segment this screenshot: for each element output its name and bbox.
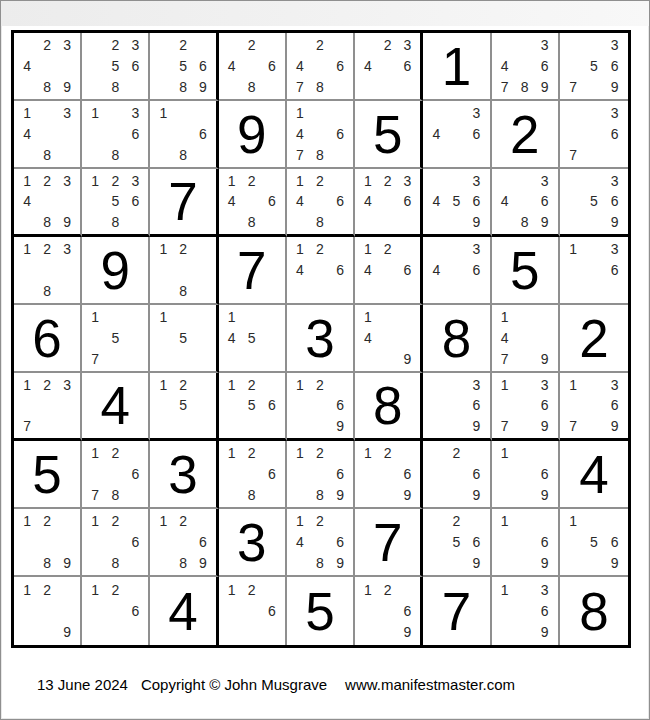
pencil-mark-empty (37, 395, 57, 415)
cell-r6c8[interactable]: 13679 (492, 373, 560, 441)
pencil-mark-digit: 7 (563, 416, 584, 436)
cell-r2c3[interactable]: 168 (150, 101, 218, 169)
pencil-mark-empty (426, 416, 446, 436)
pencil-mark-empty (153, 348, 173, 369)
cell-r6c3[interactable]: 125 (150, 373, 218, 441)
pencil-mark-empty (125, 328, 145, 349)
pencil-mark-empty (358, 76, 378, 97)
pencil-mark-empty (262, 348, 282, 369)
cell-r7c5[interactable]: 12689 (287, 441, 355, 509)
pencil-mark-empty (584, 375, 605, 395)
pencil-mark-empty (515, 56, 535, 77)
pencil-mark-empty (85, 328, 105, 349)
pencil-mark-empty (426, 144, 446, 165)
pencil-mark-digit: 1 (563, 239, 584, 260)
pencil-mark-empty (358, 484, 378, 505)
pencil-mark-digit: 4 (290, 124, 310, 145)
pencil-mark-empty (17, 260, 37, 281)
pencil-mark-empty (310, 124, 330, 145)
cell-r7c7[interactable]: 269 (423, 441, 491, 509)
cell-r7c9[interactable]: 4 (560, 441, 628, 509)
pencil-mark-digit: 3 (57, 103, 77, 124)
pencil-mark-digit: 2 (446, 443, 466, 464)
pencil-mark-empty (466, 280, 486, 301)
pencil-mark-digit: 4 (290, 191, 310, 211)
pencil-mark-empty (563, 552, 584, 573)
pencil-mark-digit: 1 (17, 103, 37, 124)
pencil-mark-digit: 4 (358, 260, 378, 281)
cell-r6c9[interactable]: 13679 (560, 373, 628, 441)
cell-r1c9[interactable]: 35679 (560, 33, 628, 101)
footer-url[interactable]: www.manifestmaster.com (345, 676, 515, 693)
cell-r7c8[interactable]: 169 (492, 441, 560, 509)
pencil-marks: 128 (153, 239, 212, 301)
cell-r6c6[interactable]: 8 (355, 373, 423, 441)
pencil-mark-empty (584, 103, 605, 124)
pencil-mark-empty (563, 124, 584, 145)
cell-r9c4[interactable]: 126 (219, 577, 287, 645)
cell-r3c8[interactable]: 34689 (492, 169, 560, 237)
pencil-mark-digit: 9 (330, 416, 350, 436)
pencil-mark-empty (378, 191, 398, 211)
pencil-mark-digit: 6 (262, 464, 282, 485)
pencil-mark-digit: 6 (535, 600, 555, 621)
pencil-mark-digit: 5 (584, 532, 605, 553)
cell-r6c2[interactable]: 4 (82, 373, 150, 441)
cell-r6c1[interactable]: 1237 (14, 373, 82, 441)
cell-r7c3[interactable]: 3 (150, 441, 218, 509)
pencil-mark-empty (446, 484, 466, 505)
pencil-marks: 123568 (85, 171, 145, 232)
pencil-mark-empty (37, 124, 57, 145)
given-digit: 7 (150, 169, 215, 234)
pencil-mark-empty (57, 280, 77, 301)
pencil-mark-digit: 5 (446, 532, 466, 553)
pencil-mark-digit: 4 (222, 191, 242, 211)
pencil-marks: 149 (358, 307, 417, 369)
pencil-mark-empty (290, 395, 310, 415)
pencil-mark-digit: 2 (378, 443, 398, 464)
pencil-mark-empty (310, 395, 330, 415)
pencil-marks: 3569 (563, 171, 625, 232)
cell-r9c7[interactable]: 7 (423, 577, 491, 645)
cell-r3c7[interactable]: 34569 (423, 169, 491, 237)
cell-r8c9[interactable]: 1569 (560, 509, 628, 577)
pencil-mark-digit: 8 (173, 144, 193, 165)
pencil-marks: 346 (426, 239, 486, 301)
pencil-mark-empty (262, 76, 282, 97)
pencil-mark-empty (242, 307, 262, 328)
pencil-mark-empty (330, 280, 350, 301)
cell-r5c2[interactable]: 157 (82, 305, 150, 373)
pencil-marks: 1368 (85, 103, 145, 165)
pencil-mark-empty (446, 124, 466, 145)
pencil-mark-digit: 9 (535, 212, 555, 232)
cell-r2c4[interactable]: 9 (219, 101, 287, 169)
pencil-mark-empty (125, 348, 145, 369)
cell-r9c8[interactable]: 1369 (492, 577, 560, 645)
pencil-mark-empty (330, 35, 350, 56)
pencil-marks: 169 (495, 443, 555, 505)
pencil-mark-empty (222, 35, 242, 56)
cell-r3c6[interactable]: 12346 (355, 169, 423, 237)
pencil-mark-empty (378, 348, 398, 369)
pencil-mark-digit: 7 (495, 348, 515, 369)
pencil-mark-empty (262, 484, 282, 505)
cell-r5c6[interactable]: 149 (355, 305, 423, 373)
pencil-mark-empty (153, 56, 173, 77)
pencil-mark-empty (310, 532, 330, 553)
cell-r6c5[interactable]: 1269 (287, 373, 355, 441)
pencil-mark-digit: 3 (604, 239, 625, 260)
pencil-mark-digit: 3 (604, 35, 625, 56)
pencil-mark-digit: 6 (125, 600, 145, 621)
cell-r4c8[interactable]: 5 (492, 237, 560, 305)
cell-r2c5[interactable]: 14678 (287, 101, 355, 169)
pencil-mark-digit: 9 (535, 348, 555, 369)
cell-r8c2[interactable]: 1268 (82, 509, 150, 577)
pencil-mark-empty (426, 212, 446, 232)
pencil-mark-empty (310, 56, 330, 77)
cell-r5c8[interactable]: 1479 (492, 305, 560, 373)
pencil-marks: 1569 (563, 511, 625, 573)
pencil-mark-empty (358, 35, 378, 56)
pencil-mark-empty (310, 464, 330, 485)
pencil-mark-digit: 1 (85, 103, 105, 124)
cell-r1c8[interactable]: 346789 (492, 33, 560, 101)
pencil-mark-digit: 5 (584, 191, 605, 211)
cell-r1c1[interactable]: 23489 (14, 33, 82, 101)
given-digit: 9 (82, 237, 148, 303)
pencil-mark-empty (17, 532, 37, 553)
pencil-mark-empty (584, 552, 605, 573)
cell-r2c9[interactable]: 367 (560, 101, 628, 169)
pencil-mark-digit: 7 (495, 76, 515, 97)
pencil-marks: 1269 (358, 579, 417, 643)
pencil-marks: 123489 (17, 171, 77, 232)
pencil-mark-digit: 4 (290, 532, 310, 553)
pencil-mark-empty (358, 600, 378, 621)
sudoku-board: 2348923568256892468246782346134678935679… (11, 30, 631, 648)
pencil-mark-digit: 7 (85, 484, 105, 505)
pencil-mark-digit: 5 (173, 328, 193, 349)
pencil-mark-digit: 2 (310, 171, 330, 191)
pencil-mark-digit: 1 (495, 307, 515, 328)
pencil-marks: 1269 (290, 375, 350, 436)
pencil-mark-empty (290, 464, 310, 485)
pencil-mark-empty (37, 191, 57, 211)
pencil-mark-digit: 3 (604, 171, 625, 191)
pencil-mark-empty (466, 443, 486, 464)
pencil-marks: 126 (85, 579, 145, 643)
pencil-mark-empty (125, 144, 145, 165)
pencil-mark-empty (173, 103, 193, 124)
pencil-mark-digit: 9 (330, 552, 350, 573)
pencil-mark-empty (193, 395, 213, 415)
pencil-mark-digit: 8 (105, 212, 125, 232)
cell-r9c6[interactable]: 1269 (355, 577, 423, 645)
pencil-mark-empty (85, 124, 105, 145)
pencil-mark-digit: 5 (173, 56, 193, 77)
pencil-mark-empty (515, 532, 535, 553)
pencil-mark-empty (378, 484, 398, 505)
pencil-mark-digit: 6 (125, 124, 145, 145)
pencil-marks: 369 (426, 375, 486, 436)
pencil-mark-empty (193, 328, 213, 349)
cell-r1c7[interactable]: 1 (423, 33, 491, 101)
pencil-mark-empty (310, 260, 330, 281)
pencil-mark-digit: 2 (37, 579, 57, 600)
pencil-mark-empty (358, 348, 378, 369)
pencil-mark-empty (330, 443, 350, 464)
pencil-mark-empty (193, 260, 213, 281)
pencil-mark-empty (604, 511, 625, 532)
pencil-marks: 23489 (17, 35, 77, 97)
cell-r2c2[interactable]: 1368 (82, 101, 150, 169)
cell-r9c3[interactable]: 4 (150, 577, 218, 645)
pencil-mark-digit: 4 (290, 56, 310, 77)
pencil-mark-digit: 8 (173, 552, 193, 573)
cell-r4c6[interactable]: 1246 (355, 237, 423, 305)
pencil-mark-empty (330, 144, 350, 165)
pencil-mark-digit: 6 (466, 532, 486, 553)
cell-r7c4[interactable]: 1268 (219, 441, 287, 509)
pencil-marks: 1479 (495, 307, 555, 369)
pencil-mark-empty (330, 103, 350, 124)
cell-r7c6[interactable]: 1269 (355, 441, 423, 509)
pencil-mark-empty (515, 600, 535, 621)
pencil-mark-digit: 2 (173, 375, 193, 395)
cell-r4c7[interactable]: 346 (423, 237, 491, 305)
pencil-mark-empty (242, 464, 262, 485)
cell-r9c9[interactable]: 8 (560, 577, 628, 645)
pencil-mark-empty (85, 76, 105, 97)
pencil-mark-empty (262, 443, 282, 464)
cell-r5c4[interactable]: 145 (219, 305, 287, 373)
pencil-mark-empty (262, 328, 282, 349)
pencil-mark-empty (495, 484, 515, 505)
pencil-mark-empty (563, 395, 584, 415)
cell-r8c3[interactable]: 12689 (150, 509, 218, 577)
pencil-mark-digit: 6 (125, 191, 145, 211)
cell-r9c2[interactable]: 126 (82, 577, 150, 645)
given-digit: 2 (560, 305, 628, 371)
pencil-mark-empty (495, 600, 515, 621)
cell-r2c6[interactable]: 5 (355, 101, 423, 169)
pencil-mark-empty (330, 511, 350, 532)
cell-r1c2[interactable]: 23568 (82, 33, 150, 101)
cell-r7c2[interactable]: 12678 (82, 441, 150, 509)
pencil-mark-digit: 9 (57, 76, 77, 97)
cell-r4c1[interactable]: 1238 (14, 237, 82, 305)
pencil-mark-digit: 4 (358, 56, 378, 77)
footer-date: 13 June 2024 (37, 676, 128, 693)
pencil-mark-digit: 1 (222, 443, 242, 464)
pencil-mark-empty (193, 307, 213, 328)
pencil-mark-digit: 2 (173, 511, 193, 532)
pencil-mark-empty (584, 124, 605, 145)
cell-r4c3[interactable]: 128 (150, 237, 218, 305)
pencil-mark-empty (222, 484, 242, 505)
pencil-mark-empty (330, 239, 350, 260)
cell-r4c2[interactable]: 9 (82, 237, 150, 305)
pencil-mark-digit: 6 (466, 191, 486, 211)
pencil-mark-empty (398, 239, 418, 260)
cell-r3c5[interactable]: 12468 (287, 169, 355, 237)
given-digit: 5 (355, 101, 420, 167)
pencil-mark-digit: 2 (105, 511, 125, 532)
pencil-mark-empty (193, 35, 213, 56)
pencil-mark-empty (398, 579, 418, 600)
cell-r5c1[interactable]: 6 (14, 305, 82, 373)
pencil-mark-empty (515, 464, 535, 485)
pencil-marks: 1237 (17, 375, 77, 436)
pencil-mark-empty (446, 416, 466, 436)
pencil-mark-empty (426, 103, 446, 124)
pencil-mark-empty (584, 171, 605, 191)
pencil-mark-empty (446, 212, 466, 232)
pencil-mark-digit: 6 (604, 395, 625, 415)
pencil-mark-empty (242, 622, 262, 643)
pencil-mark-empty (17, 622, 37, 643)
pencil-mark-digit: 4 (495, 191, 515, 211)
pencil-mark-empty (426, 280, 446, 301)
pencil-marks: 12689 (153, 511, 212, 573)
pencil-mark-digit: 8 (173, 76, 193, 97)
pencil-mark-empty (584, 280, 605, 301)
cell-r8c8[interactable]: 169 (492, 509, 560, 577)
pencil-mark-empty (37, 600, 57, 621)
cell-r5c7[interactable]: 8 (423, 305, 491, 373)
pencil-mark-empty (398, 280, 418, 301)
cell-r3c2[interactable]: 123568 (82, 169, 150, 237)
pencil-mark-empty (85, 144, 105, 165)
pencil-mark-empty (153, 552, 173, 573)
pencil-mark-empty (398, 328, 418, 349)
pencil-mark-empty (446, 144, 466, 165)
cell-r8c1[interactable]: 1289 (14, 509, 82, 577)
pencil-mark-digit: 6 (604, 191, 625, 211)
pencil-marks: 34569 (426, 171, 486, 232)
cell-r1c5[interactable]: 24678 (287, 33, 355, 101)
cell-r3c3[interactable]: 7 (150, 169, 218, 237)
pencil-mark-empty (495, 395, 515, 415)
pencil-mark-digit: 9 (398, 348, 418, 369)
pencil-mark-empty (193, 416, 213, 436)
pencil-mark-digit: 1 (85, 511, 105, 532)
pencil-mark-digit: 6 (398, 260, 418, 281)
pencil-mark-digit: 9 (193, 76, 213, 97)
pencil-mark-digit: 3 (125, 35, 145, 56)
pencil-mark-digit: 5 (242, 328, 262, 349)
pencil-mark-digit: 2 (37, 511, 57, 532)
pencil-mark-empty (584, 76, 605, 97)
cell-r5c5[interactable]: 3 (287, 305, 355, 373)
pencil-mark-empty (85, 532, 105, 553)
cell-r5c3[interactable]: 15 (150, 305, 218, 373)
cell-r3c1[interactable]: 123489 (14, 169, 82, 237)
pencil-mark-empty (57, 416, 77, 436)
cell-r9c1[interactable]: 129 (14, 577, 82, 645)
cell-r5c9[interactable]: 2 (560, 305, 628, 373)
cell-r8c7[interactable]: 2569 (423, 509, 491, 577)
pencil-mark-empty (378, 622, 398, 643)
cell-r4c4[interactable]: 7 (219, 237, 287, 305)
pencil-mark-digit: 6 (330, 532, 350, 553)
cell-r2c7[interactable]: 346 (423, 101, 491, 169)
pencil-mark-empty (85, 191, 105, 211)
cell-r6c7[interactable]: 369 (423, 373, 491, 441)
given-digit: 1 (423, 33, 489, 99)
cell-r4c5[interactable]: 1246 (287, 237, 355, 305)
given-digit: 5 (14, 441, 80, 507)
cell-r1c3[interactable]: 25689 (150, 33, 218, 101)
pencil-mark-digit: 2 (242, 35, 262, 56)
pencil-mark-empty (358, 622, 378, 643)
pencil-mark-digit: 1 (290, 375, 310, 395)
pencil-marks: 24678 (290, 35, 350, 97)
pencil-mark-empty (222, 395, 242, 415)
cell-r3c4[interactable]: 12468 (219, 169, 287, 237)
cell-r9c5[interactable]: 5 (287, 577, 355, 645)
pencil-mark-digit: 4 (358, 328, 378, 349)
pencil-mark-digit: 1 (85, 307, 105, 328)
pencil-mark-empty (242, 56, 262, 77)
pencil-mark-digit: 1 (358, 579, 378, 600)
cell-r8c6[interactable]: 7 (355, 509, 423, 577)
pencil-mark-empty (85, 56, 105, 77)
pencil-mark-empty (584, 395, 605, 415)
pencil-mark-digit: 3 (535, 579, 555, 600)
pencil-mark-digit: 7 (563, 144, 584, 165)
pencil-mark-digit: 2 (105, 443, 125, 464)
pencil-marks: 367 (563, 103, 625, 165)
pencil-marks: 12346 (358, 171, 417, 232)
pencil-mark-digit: 6 (466, 260, 486, 281)
pencil-mark-digit: 1 (495, 511, 515, 532)
pencil-mark-empty (85, 35, 105, 56)
pencil-mark-empty (563, 191, 584, 211)
cell-r4c9[interactable]: 136 (560, 237, 628, 305)
pencil-mark-empty (446, 395, 466, 415)
cell-r2c1[interactable]: 1348 (14, 101, 82, 169)
cell-r8c5[interactable]: 124689 (287, 509, 355, 577)
pencil-mark-digit: 5 (584, 56, 605, 77)
cell-r3c9[interactable]: 3569 (560, 169, 628, 237)
pencil-mark-digit: 9 (466, 416, 486, 436)
cell-r1c4[interactable]: 2468 (219, 33, 287, 101)
pencil-mark-empty (153, 280, 173, 301)
cell-r8c4[interactable]: 3 (219, 509, 287, 577)
pencil-mark-digit: 2 (378, 579, 398, 600)
pencil-mark-digit: 3 (57, 171, 77, 191)
cell-r1c6[interactable]: 2346 (355, 33, 423, 101)
pencil-marks: 1269 (358, 443, 417, 505)
pencil-mark-digit: 5 (105, 56, 125, 77)
pencil-mark-digit: 5 (105, 328, 125, 349)
pencil-marks: 168 (153, 103, 212, 165)
cell-r2c8[interactable]: 2 (492, 101, 560, 169)
cell-r7c1[interactable]: 5 (14, 441, 82, 509)
pencil-mark-empty (604, 280, 625, 301)
footer: 13 June 2024Copyright © John Musgravewww… (37, 676, 515, 693)
cell-r6c4[interactable]: 1256 (219, 373, 287, 441)
pencil-mark-digit: 5 (173, 395, 193, 415)
pencil-mark-empty (378, 328, 398, 349)
pencil-mark-digit: 7 (85, 348, 105, 369)
pencil-mark-digit: 3 (604, 103, 625, 124)
pencil-mark-empty (563, 212, 584, 232)
